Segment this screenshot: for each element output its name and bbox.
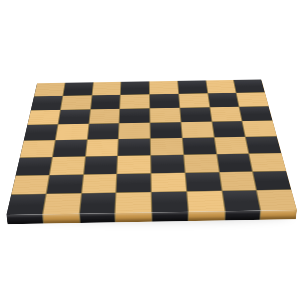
square-f3 bbox=[183, 154, 217, 172]
square-c4 bbox=[85, 139, 118, 156]
square-b3 bbox=[49, 156, 84, 174]
square-g2 bbox=[219, 171, 256, 190]
square-e3 bbox=[151, 154, 184, 172]
square-h1 bbox=[257, 190, 296, 210]
square-e2 bbox=[151, 172, 185, 191]
square-d7 bbox=[120, 94, 149, 108]
square-f2 bbox=[185, 172, 221, 191]
square-h7 bbox=[236, 92, 268, 106]
front-edge-d1 bbox=[115, 212, 150, 222]
square-f5 bbox=[181, 122, 213, 138]
square-f1 bbox=[186, 191, 223, 211]
square-h8 bbox=[234, 79, 265, 92]
square-b1 bbox=[42, 193, 79, 214]
square-g8 bbox=[206, 79, 236, 92]
front-edge-b1 bbox=[42, 213, 78, 223]
chessboard-product-photo bbox=[0, 0, 300, 300]
square-h3 bbox=[249, 153, 285, 171]
square-e4 bbox=[150, 138, 182, 155]
square-e7 bbox=[149, 94, 178, 108]
square-d3 bbox=[117, 155, 150, 173]
square-e8 bbox=[149, 80, 177, 93]
square-f7 bbox=[178, 93, 208, 107]
square-e6 bbox=[150, 107, 180, 122]
square-g5 bbox=[212, 121, 245, 137]
front-edge-c1 bbox=[79, 213, 115, 223]
chess-board bbox=[6, 79, 296, 214]
square-d1 bbox=[115, 192, 150, 213]
square-e1 bbox=[151, 191, 187, 211]
square-g4 bbox=[214, 137, 248, 154]
perspective-container bbox=[0, 0, 300, 300]
square-a7 bbox=[30, 96, 61, 110]
square-d2 bbox=[116, 173, 150, 192]
square-b8 bbox=[63, 82, 92, 95]
square-a8 bbox=[34, 82, 64, 95]
square-b5 bbox=[55, 124, 87, 140]
square-c7 bbox=[90, 95, 119, 109]
square-a4 bbox=[19, 140, 54, 157]
square-a3 bbox=[15, 157, 51, 175]
square-h6 bbox=[239, 106, 272, 121]
square-g6 bbox=[209, 106, 241, 121]
square-a2 bbox=[11, 175, 48, 194]
front-edge-g1 bbox=[224, 210, 260, 220]
square-b4 bbox=[52, 139, 86, 156]
square-b7 bbox=[60, 95, 90, 109]
square-c5 bbox=[87, 123, 118, 139]
square-c2 bbox=[81, 173, 116, 192]
square-f6 bbox=[180, 107, 211, 122]
square-d8 bbox=[121, 81, 149, 94]
square-e5 bbox=[150, 122, 181, 138]
front-edge-f1 bbox=[188, 211, 223, 221]
square-h5 bbox=[242, 120, 276, 136]
square-b2 bbox=[46, 174, 82, 193]
square-f4 bbox=[182, 137, 215, 154]
square-g7 bbox=[207, 92, 238, 106]
square-a6 bbox=[27, 109, 59, 124]
front-edge-h1 bbox=[260, 209, 296, 219]
square-g1 bbox=[222, 190, 260, 210]
front-edge-a1 bbox=[6, 214, 42, 224]
square-c6 bbox=[89, 108, 119, 123]
square-b6 bbox=[58, 109, 89, 124]
front-edge-e1 bbox=[152, 211, 187, 221]
square-h2 bbox=[253, 170, 291, 189]
square-a5 bbox=[23, 124, 56, 140]
square-h4 bbox=[246, 136, 281, 153]
square-c8 bbox=[92, 81, 121, 94]
square-c1 bbox=[79, 193, 115, 214]
square-d5 bbox=[119, 123, 150, 139]
square-c3 bbox=[83, 156, 117, 174]
square-d6 bbox=[119, 108, 149, 123]
square-a1 bbox=[6, 194, 45, 215]
board-grid bbox=[6, 79, 296, 214]
square-f8 bbox=[177, 80, 206, 93]
camera-roll-wrapper bbox=[0, 0, 300, 300]
square-d4 bbox=[118, 138, 150, 155]
square-g3 bbox=[216, 153, 251, 171]
